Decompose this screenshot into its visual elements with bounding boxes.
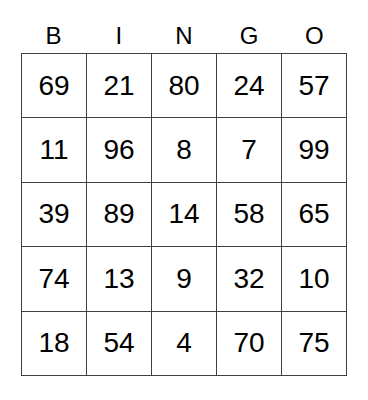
bingo-cell[interactable]: 11: [22, 118, 86, 181]
column-letter-n: N: [175, 24, 192, 48]
bingo-grid: 69 21 80 24 57 11 96 8 7 99 39 89 14 58 …: [21, 53, 347, 376]
bingo-card: B I N G O 69 21 80 24 57 11 96 8 7 99 39…: [0, 0, 368, 400]
bingo-cell[interactable]: 39: [22, 183, 86, 246]
bingo-cell[interactable]: 96: [87, 118, 151, 181]
bingo-cell[interactable]: 74: [22, 247, 86, 310]
bingo-cell[interactable]: 80: [152, 54, 216, 117]
bingo-cell[interactable]: 32: [217, 247, 281, 310]
bingo-header-row: B I N G O: [21, 0, 347, 53]
column-letter-o: O: [305, 24, 324, 48]
bingo-cell[interactable]: 21: [87, 54, 151, 117]
column-letter-g: G: [240, 24, 259, 48]
bingo-cell[interactable]: 8: [152, 118, 216, 181]
bingo-cell[interactable]: 4: [152, 312, 216, 375]
bingo-cell[interactable]: 89: [87, 183, 151, 246]
bingo-cell[interactable]: 69: [22, 54, 86, 117]
bingo-cell[interactable]: 10: [282, 247, 346, 310]
bingo-cell[interactable]: 99: [282, 118, 346, 181]
bingo-cell[interactable]: 9: [152, 247, 216, 310]
bingo-cell[interactable]: 14: [152, 183, 216, 246]
bingo-cell[interactable]: 18: [22, 312, 86, 375]
bingo-cell[interactable]: 24: [217, 54, 281, 117]
bingo-cell[interactable]: 57: [282, 54, 346, 117]
column-letter-i: I: [115, 24, 122, 48]
bingo-cell[interactable]: 70: [217, 312, 281, 375]
bingo-cell[interactable]: 13: [87, 247, 151, 310]
bingo-cell[interactable]: 54: [87, 312, 151, 375]
bingo-cell[interactable]: 75: [282, 312, 346, 375]
bingo-cell[interactable]: 65: [282, 183, 346, 246]
bingo-cell[interactable]: 58: [217, 183, 281, 246]
column-letter-b: B: [46, 24, 62, 48]
bingo-cell[interactable]: 7: [217, 118, 281, 181]
